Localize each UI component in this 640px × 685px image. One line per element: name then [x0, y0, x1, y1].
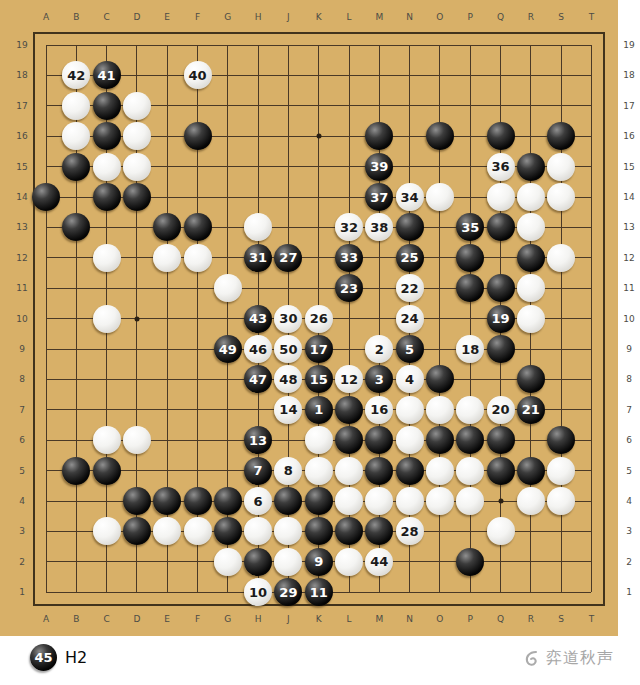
- stone-white-D15: [123, 153, 151, 181]
- stone-white-B18: 42: [62, 61, 90, 89]
- stone-black-K4: [305, 487, 333, 515]
- column-label-bottom: D: [133, 614, 140, 624]
- column-label-top: K: [316, 12, 322, 22]
- row-label-left: 5: [19, 466, 25, 476]
- stone-black-C18: 41: [93, 61, 121, 89]
- column-label-top: E: [164, 12, 170, 22]
- stone-black-P2: [456, 548, 484, 576]
- stone-white-R4: [517, 487, 545, 515]
- stone-white-N14: 34: [396, 183, 424, 211]
- stone-white-J3: [274, 517, 302, 545]
- stone-black-M16: [365, 122, 393, 150]
- stone-white-J2: [274, 548, 302, 576]
- go-diagram-screen: 4241403936373432383531273325232243302624…: [0, 0, 640, 685]
- stone-black-F4: [184, 487, 212, 515]
- stone-black-H5: 7: [244, 457, 272, 485]
- stone-white-G11: [214, 274, 242, 302]
- column-label-bottom: Q: [497, 614, 504, 624]
- row-label-right: 3: [626, 526, 632, 536]
- stone-black-N12: 25: [396, 244, 424, 272]
- column-label-top: A: [43, 12, 49, 22]
- star-point: [316, 134, 321, 139]
- row-label-right: 2: [626, 557, 632, 567]
- stone-black-S16: [547, 122, 575, 150]
- row-label-left: 11: [16, 283, 27, 293]
- stone-white-R13: [517, 213, 545, 241]
- stone-white-S14: [547, 183, 575, 211]
- row-label-left: 17: [16, 101, 27, 111]
- stone-white-Q7: 20: [487, 396, 515, 424]
- star-point: [498, 499, 503, 504]
- row-label-right: 14: [623, 192, 634, 202]
- stone-white-P7: [456, 396, 484, 424]
- stone-black-F13: [184, 213, 212, 241]
- stone-black-Q10: 19: [487, 305, 515, 333]
- stone-white-P5: [456, 457, 484, 485]
- column-label-bottom: J: [287, 614, 290, 624]
- stone-white-B17: [62, 92, 90, 120]
- stone-black-H6: 13: [244, 426, 272, 454]
- stone-black-M15: 39: [365, 153, 393, 181]
- stone-black-N5: [396, 457, 424, 485]
- row-label-left: 8: [19, 374, 25, 384]
- stone-white-H13: [244, 213, 272, 241]
- stone-white-H9: 46: [244, 335, 272, 363]
- stone-black-P11: [456, 274, 484, 302]
- stone-white-M2: 44: [365, 548, 393, 576]
- row-label-left: 14: [16, 192, 27, 202]
- stone-black-B13: [62, 213, 90, 241]
- stone-black-M3: [365, 517, 393, 545]
- row-label-left: 4: [19, 496, 25, 506]
- stone-white-D6: [123, 426, 151, 454]
- stone-white-Q3: [487, 517, 515, 545]
- row-label-left: 19: [16, 40, 27, 50]
- stone-white-J8: 48: [274, 365, 302, 393]
- column-label-top: H: [255, 12, 262, 22]
- stone-white-N3: 28: [396, 517, 424, 545]
- row-label-right: 13: [623, 222, 634, 232]
- stone-black-P6: [456, 426, 484, 454]
- column-label-bottom: F: [195, 614, 200, 624]
- row-label-left: 9: [19, 344, 25, 354]
- row-label-left: 7: [19, 405, 25, 415]
- stone-white-R14: [517, 183, 545, 211]
- stone-black-R8: [517, 365, 545, 393]
- stone-white-N6: [396, 426, 424, 454]
- stone-black-S6: [547, 426, 575, 454]
- stone-black-R15: [517, 153, 545, 181]
- watermark-text: 弈道秋声: [546, 648, 614, 669]
- stone-white-R11: [517, 274, 545, 302]
- column-label-bottom: H: [255, 614, 262, 624]
- column-label-top: J: [287, 12, 290, 22]
- stone-white-C6: [93, 426, 121, 454]
- stone-black-D14: [123, 183, 151, 211]
- stone-black-L7: [335, 396, 363, 424]
- stone-black-K2: 9: [305, 548, 333, 576]
- stone-black-C17: [93, 92, 121, 120]
- column-label-bottom: L: [346, 614, 351, 624]
- stone-black-H8: 47: [244, 365, 272, 393]
- column-label-top: M: [375, 12, 383, 22]
- stone-white-J5: 8: [274, 457, 302, 485]
- stone-white-R10: [517, 305, 545, 333]
- stone-white-O7: [426, 396, 454, 424]
- row-label-right: 10: [623, 314, 634, 324]
- stone-white-H4: 6: [244, 487, 272, 515]
- column-label-top: C: [103, 12, 109, 22]
- stone-white-N10: 24: [396, 305, 424, 333]
- stone-black-M8: 3: [365, 365, 393, 393]
- stone-black-Q9: [487, 335, 515, 363]
- stone-white-D17: [123, 92, 151, 120]
- row-label-right: 15: [623, 162, 634, 172]
- stone-white-K5: [305, 457, 333, 485]
- legend-move-number: 45: [34, 650, 52, 665]
- stone-white-L8: 12: [335, 365, 363, 393]
- row-label-right: 11: [623, 283, 634, 293]
- row-label-left: 3: [19, 526, 25, 536]
- column-label-top: Q: [497, 12, 504, 22]
- column-label-bottom: S: [558, 614, 564, 624]
- stone-black-L3: [335, 517, 363, 545]
- stone-black-C16: [93, 122, 121, 150]
- row-label-left: 18: [16, 70, 27, 80]
- stone-black-B5: [62, 457, 90, 485]
- stone-black-G3: [214, 517, 242, 545]
- row-label-right: 16: [623, 131, 634, 141]
- stone-white-N8: 4: [396, 365, 424, 393]
- stone-white-M7: 16: [365, 396, 393, 424]
- row-label-right: 7: [626, 405, 632, 415]
- stone-black-K9: 17: [305, 335, 333, 363]
- stone-black-R7: 21: [517, 396, 545, 424]
- stone-white-O4: [426, 487, 454, 515]
- legend-coordinate: H2: [65, 648, 87, 667]
- stone-black-R5: [517, 457, 545, 485]
- row-label-right: 8: [626, 374, 632, 384]
- column-label-top: T: [589, 12, 595, 22]
- stone-black-F16: [184, 122, 212, 150]
- stone-white-E3: [153, 517, 181, 545]
- watermark: 弈道秋声: [522, 648, 614, 669]
- row-label-right: 18: [623, 70, 634, 80]
- row-label-left: 1: [19, 587, 25, 597]
- row-label-left: 13: [16, 222, 27, 232]
- stone-black-H10: 43: [244, 305, 272, 333]
- stone-white-S5: [547, 457, 575, 485]
- stone-black-J12: 27: [274, 244, 302, 272]
- stone-black-P12: [456, 244, 484, 272]
- stone-white-C15: [93, 153, 121, 181]
- row-label-left: 10: [16, 314, 27, 324]
- stone-white-P4: [456, 487, 484, 515]
- column-label-top: O: [436, 12, 443, 22]
- row-label-right: 12: [623, 253, 634, 263]
- move-legend: 45 H2: [30, 642, 87, 672]
- stone-white-D16: [123, 122, 151, 150]
- stone-white-N4: [396, 487, 424, 515]
- stone-black-Q5: [487, 457, 515, 485]
- legend-black-stone: 45: [30, 644, 57, 671]
- row-label-right: 6: [626, 435, 632, 445]
- row-label-right: 17: [623, 101, 634, 111]
- stone-black-C5: [93, 457, 121, 485]
- stone-white-C3: [93, 517, 121, 545]
- row-label-left: 12: [16, 253, 27, 263]
- stone-black-L12: 33: [335, 244, 363, 272]
- column-label-top: R: [528, 12, 534, 22]
- column-label-top: P: [467, 12, 472, 22]
- stone-white-L2: [335, 548, 363, 576]
- stone-black-K7: 1: [305, 396, 333, 424]
- stone-black-L6: [335, 426, 363, 454]
- column-label-bottom: M: [375, 614, 383, 624]
- grid-line-vertical: [591, 45, 592, 592]
- stone-white-S15: [547, 153, 575, 181]
- star-point: [134, 316, 139, 321]
- stone-black-G4: [214, 487, 242, 515]
- column-label-top: L: [346, 12, 351, 22]
- stone-white-N11: 22: [396, 274, 424, 302]
- column-label-top: B: [73, 12, 79, 22]
- column-label-top: F: [195, 12, 200, 22]
- row-label-right: 5: [626, 466, 632, 476]
- stone-white-F3: [184, 517, 212, 545]
- column-label-top: S: [558, 12, 564, 22]
- stone-black-C14: [93, 183, 121, 211]
- stone-black-D3: [123, 517, 151, 545]
- stone-black-E4: [153, 487, 181, 515]
- stone-black-K3: [305, 517, 333, 545]
- column-label-top: N: [406, 12, 413, 22]
- row-label-right: 19: [623, 40, 634, 50]
- stone-black-R12: [517, 244, 545, 272]
- stone-black-O8: [426, 365, 454, 393]
- stone-white-Q14: [487, 183, 515, 211]
- row-label-left: 16: [16, 131, 27, 141]
- column-label-bottom: N: [406, 614, 413, 624]
- stone-white-E12: [153, 244, 181, 272]
- column-label-bottom: G: [224, 614, 231, 624]
- stone-white-N7: [396, 396, 424, 424]
- stone-black-J4: [274, 487, 302, 515]
- column-label-bottom: B: [73, 614, 79, 624]
- stone-white-O5: [426, 457, 454, 485]
- stone-white-L13: 32: [335, 213, 363, 241]
- stone-white-O14: [426, 183, 454, 211]
- row-label-right: 1: [626, 587, 632, 597]
- column-label-bottom: O: [436, 614, 443, 624]
- stone-white-C12: [93, 244, 121, 272]
- column-label-bottom: R: [528, 614, 534, 624]
- stone-white-B16: [62, 122, 90, 150]
- stone-white-J10: 30: [274, 305, 302, 333]
- stone-black-H12: 31: [244, 244, 272, 272]
- stone-black-M5: [365, 457, 393, 485]
- row-label-left: 2: [19, 557, 25, 567]
- stone-black-E13: [153, 213, 181, 241]
- column-label-bottom: T: [589, 614, 595, 624]
- stone-white-J9: 50: [274, 335, 302, 363]
- stone-white-K10: 26: [305, 305, 333, 333]
- stone-white-H3: [244, 517, 272, 545]
- stone-white-S12: [547, 244, 575, 272]
- stone-black-L11: 23: [335, 274, 363, 302]
- stone-black-M14: 37: [365, 183, 393, 211]
- stone-white-P9: 18: [456, 335, 484, 363]
- stone-black-K1: 11: [305, 578, 333, 606]
- stone-white-L5: [335, 457, 363, 485]
- stone-white-S4: [547, 487, 575, 515]
- stone-black-M6: [365, 426, 393, 454]
- row-label-left: 15: [16, 162, 27, 172]
- stone-white-H1: 10: [244, 578, 272, 606]
- column-label-bottom: E: [164, 614, 170, 624]
- stone-black-O16: [426, 122, 454, 150]
- stone-black-Q11: [487, 274, 515, 302]
- row-label-right: 4: [626, 496, 632, 506]
- stone-black-D4: [123, 487, 151, 515]
- row-label-left: 6: [19, 435, 25, 445]
- stone-black-N13: [396, 213, 424, 241]
- stone-white-C10: [93, 305, 121, 333]
- stone-white-J7: 14: [274, 396, 302, 424]
- column-label-bottom: K: [316, 614, 322, 624]
- stone-white-F12: [184, 244, 212, 272]
- stone-white-M4: [365, 487, 393, 515]
- stone-white-L4: [335, 487, 363, 515]
- stone-black-G9: 49: [214, 335, 242, 363]
- stone-white-M9: 2: [365, 335, 393, 363]
- stone-black-N9: 5: [396, 335, 424, 363]
- stone-black-A14: [32, 183, 60, 211]
- stone-black-B15: [62, 153, 90, 181]
- stone-black-J1: 29: [274, 578, 302, 606]
- stone-white-F18: 40: [184, 61, 212, 89]
- stone-black-Q13: [487, 213, 515, 241]
- column-label-bottom: C: [103, 614, 109, 624]
- column-label-top: G: [224, 12, 231, 22]
- stone-black-Q16: [487, 122, 515, 150]
- stone-black-H2: [244, 548, 272, 576]
- stone-white-G2: [214, 548, 242, 576]
- stone-black-Q6: [487, 426, 515, 454]
- stone-black-K8: 15: [305, 365, 333, 393]
- row-label-right: 9: [626, 344, 632, 354]
- stone-black-O6: [426, 426, 454, 454]
- stone-white-Q15: 36: [487, 153, 515, 181]
- stone-black-P13: 35: [456, 213, 484, 241]
- watermark-logo-icon: [522, 649, 542, 669]
- stone-white-M13: 38: [365, 213, 393, 241]
- column-label-bottom: P: [467, 614, 472, 624]
- column-label-bottom: A: [43, 614, 49, 624]
- stone-white-K6: [305, 426, 333, 454]
- column-label-top: D: [133, 12, 140, 22]
